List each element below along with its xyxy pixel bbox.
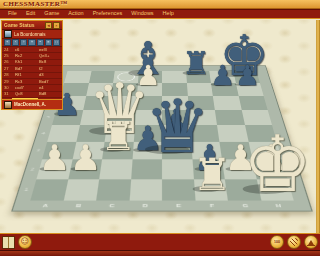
- file-label-b: B: [61, 201, 96, 211]
- move-number: 25: [2, 54, 13, 58]
- black-move[interactable]: f2: [37, 67, 58, 71]
- bottom-trim-strip: [0, 250, 320, 256]
- piece-white-rook-f1[interactable]: ♜: [193, 153, 233, 197]
- panel-collapse-button[interactable]: ◄: [45, 22, 52, 29]
- move-number: 24: [2, 48, 13, 52]
- white-move[interactable]: c6: [13, 48, 37, 52]
- square-g5[interactable]: [215, 110, 245, 125]
- square-b1[interactable]: [63, 179, 99, 201]
- hatch-dial-icon[interactable]: [287, 235, 301, 249]
- piece-white-rook-c3[interactable]: ♜: [100, 117, 136, 157]
- menu-edit[interactable]: Edit: [26, 11, 35, 17]
- white-move[interactable]: Kh1: [13, 60, 37, 64]
- piece-white-king-h1[interactable]: ♚: [243, 126, 313, 204]
- move-nav-button-4[interactable]: »: [28, 39, 35, 46]
- move-nav-button-6[interactable]: ≡: [45, 39, 52, 46]
- white-move[interactable]: Rf1: [13, 73, 37, 77]
- status-bar: ☺ 100: [0, 233, 320, 250]
- move-number: 29: [2, 80, 13, 84]
- right-edge-trim: [316, 20, 320, 233]
- file-label-f: F: [195, 201, 229, 211]
- piece-white-pawn-b2[interactable]: ♟: [70, 140, 102, 175]
- piece-white-pawn-a2[interactable]: ♟: [39, 140, 71, 175]
- file-label-a: A: [27, 201, 63, 211]
- white-player-name: MacDonnell, A.: [14, 102, 46, 107]
- move-nav-button-5[interactable]: •: [37, 39, 44, 46]
- square-c2[interactable]: [99, 159, 132, 179]
- file-label-c: C: [95, 201, 129, 211]
- black-move[interactable]: Qe3+: [37, 54, 58, 58]
- white-move[interactable]: cxd7: [13, 86, 37, 90]
- square-d1[interactable]: [129, 179, 162, 201]
- counter-label: 100: [274, 240, 280, 244]
- move-number: 27: [2, 67, 13, 71]
- white-player-portrait-icon: [4, 101, 12, 109]
- menu-file[interactable]: File: [8, 11, 17, 17]
- square-h6[interactable]: [238, 96, 267, 110]
- black-move[interactable]: Bc8: [37, 60, 58, 64]
- book-icon[interactable]: [2, 236, 15, 249]
- chessmaster-window: CHESSMASTER™ FileEditGameActionPreferenc…: [0, 0, 320, 256]
- move-list: 24c6exf325Rc2Qe3+26Kh1Bc827Bd7f228Rf1d32…: [2, 47, 62, 99]
- move-number: 31: [2, 92, 13, 96]
- counter-dial-icon[interactable]: 100: [270, 235, 284, 249]
- black-move[interactable]: d3: [37, 73, 58, 77]
- black-move[interactable]: Bd8: [37, 92, 58, 96]
- game-status-title: Game Status: [4, 22, 35, 28]
- square-e1[interactable]: [162, 179, 195, 201]
- white-player-row[interactable]: MacDonnell, A.: [2, 99, 62, 109]
- file-label-e: E: [162, 201, 196, 211]
- move-nav-button-7[interactable]: □: [53, 39, 60, 46]
- file-label-d: D: [128, 201, 162, 211]
- smiley-glyph: ☺: [21, 238, 29, 246]
- black-player-portrait-icon: [4, 30, 12, 38]
- move-number: 28: [2, 73, 13, 77]
- white-move[interactable]: Qc8: [13, 92, 37, 96]
- stand-dial-icon[interactable]: [304, 235, 318, 249]
- white-move[interactable]: Rc3: [13, 80, 37, 84]
- personality-smiley-icon[interactable]: ☺: [18, 235, 32, 249]
- square-a1[interactable]: [30, 179, 68, 201]
- panel-window-buttons: ◄×: [45, 22, 60, 29]
- black-player-name: La Bourdonnais: [14, 32, 46, 37]
- square-a8[interactable]: [64, 71, 91, 83]
- move-nav-toolbar: «‹›»•≡□: [2, 39, 62, 47]
- piece-black-pawn-g7[interactable]: ♟: [210, 62, 235, 90]
- panel-close-button[interactable]: ×: [53, 22, 60, 29]
- black-move[interactable]: Bxd7: [37, 80, 58, 84]
- stand-glyph: [308, 240, 314, 245]
- move-nav-button-2[interactable]: ‹: [12, 39, 19, 46]
- black-player-row[interactable]: La Bourdonnais: [2, 30, 62, 39]
- hatch-glyph: [290, 238, 298, 246]
- move-number: 26: [2, 60, 13, 64]
- game-status-panel: Game Status ◄× La Bourdonnais «‹›»•≡□ 24…: [1, 20, 63, 110]
- piece-black-rook-f8[interactable]: ♜: [182, 48, 210, 80]
- move-nav-button-1[interactable]: «: [4, 39, 11, 46]
- move-nav-button-3[interactable]: ›: [20, 39, 27, 46]
- move-number: 30: [2, 86, 13, 90]
- game-status-header: Game Status ◄×: [2, 21, 62, 30]
- black-move[interactable]: exf3: [37, 48, 58, 52]
- white-move[interactable]: Rc2: [13, 54, 37, 58]
- square-c1[interactable]: [96, 179, 130, 201]
- piece-black-pawn-h7[interactable]: ♟: [235, 62, 260, 90]
- white-move[interactable]: Bd7: [13, 67, 37, 71]
- black-move[interactable]: e4: [37, 86, 58, 90]
- square-g6[interactable]: [213, 96, 241, 110]
